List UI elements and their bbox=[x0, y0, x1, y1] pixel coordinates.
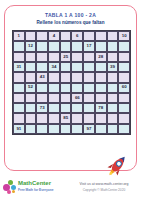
grid-cell-blank[interactable] bbox=[118, 103, 130, 113]
number-grid: 1461012172528313439435260667378859197 bbox=[12, 30, 131, 135]
grid-cell-blank[interactable] bbox=[25, 113, 37, 123]
grid-cell-blank[interactable] bbox=[25, 72, 37, 82]
visit-link[interactable]: Visit us at www.math-center.org bbox=[70, 182, 138, 186]
grid-cell-given: 10 bbox=[118, 31, 130, 41]
grid-cell-blank[interactable] bbox=[95, 93, 107, 103]
grid-cell-given: 25 bbox=[60, 52, 72, 62]
grid-cell-blank[interactable] bbox=[95, 83, 107, 93]
grid-cell-blank[interactable] bbox=[48, 124, 60, 134]
grid-cell-given: 34 bbox=[48, 62, 60, 72]
brand-tagline: Free Math for Everyone bbox=[18, 188, 53, 192]
grid-cell-blank[interactable] bbox=[107, 72, 119, 82]
grid-cell-blank[interactable] bbox=[118, 72, 130, 82]
grid-cell-blank[interactable] bbox=[83, 103, 95, 113]
grid-cell-given: 28 bbox=[95, 52, 107, 62]
grid-cell-blank[interactable] bbox=[48, 72, 60, 82]
grid-cell-blank[interactable] bbox=[107, 41, 119, 51]
grid-cell-given: 85 bbox=[60, 113, 72, 123]
grid-cell-given: 73 bbox=[36, 103, 48, 113]
grid-cell-blank[interactable] bbox=[60, 41, 72, 51]
mathcenter-logo-icon bbox=[3, 180, 17, 195]
grid-cell-given: 31 bbox=[13, 62, 25, 72]
grid-cell-blank[interactable] bbox=[71, 124, 83, 134]
grid-cell-blank[interactable] bbox=[118, 93, 130, 103]
grid-cell-blank[interactable] bbox=[13, 103, 25, 113]
grid-cell-blank[interactable] bbox=[13, 52, 25, 62]
grid-cell-blank[interactable] bbox=[107, 83, 119, 93]
grid-cell-given: 66 bbox=[71, 93, 83, 103]
grid-cell-blank[interactable] bbox=[107, 93, 119, 103]
grid-cell-blank[interactable] bbox=[71, 41, 83, 51]
grid-cell-blank[interactable] bbox=[95, 113, 107, 123]
grid-cell-blank[interactable] bbox=[71, 83, 83, 93]
grid-cell-blank[interactable] bbox=[48, 52, 60, 62]
grid-cell-blank[interactable] bbox=[83, 52, 95, 62]
grid-cell-blank[interactable] bbox=[107, 113, 119, 123]
grid-cell-blank[interactable] bbox=[83, 93, 95, 103]
grid-cell-blank[interactable] bbox=[13, 93, 25, 103]
grid-cell-blank[interactable] bbox=[25, 62, 37, 72]
grid-cell-blank[interactable] bbox=[25, 93, 37, 103]
copyright-text: Copyright © MathCenter 2020 bbox=[70, 188, 138, 192]
grid-cell-blank[interactable] bbox=[48, 41, 60, 51]
grid-cell-given: 39 bbox=[107, 62, 119, 72]
grid-cell-blank[interactable] bbox=[25, 52, 37, 62]
grid-cell-blank[interactable] bbox=[95, 31, 107, 41]
worksheet-title: TABLA 1 A 100 - 2A bbox=[5, 12, 136, 18]
grid-cell-given: 52 bbox=[25, 83, 37, 93]
grid-cell-blank[interactable] bbox=[25, 103, 37, 113]
grid-cell-blank[interactable] bbox=[83, 83, 95, 93]
grid-cell-blank[interactable] bbox=[36, 124, 48, 134]
grid-cell-blank[interactable] bbox=[71, 52, 83, 62]
grid-cell-given: 43 bbox=[36, 72, 48, 82]
grid-cell-blank[interactable] bbox=[118, 113, 130, 123]
grid-cell-blank[interactable] bbox=[83, 62, 95, 72]
grid-cell-blank[interactable] bbox=[95, 124, 107, 134]
grid-cell-blank[interactable] bbox=[95, 62, 107, 72]
grid-cell-blank[interactable] bbox=[107, 31, 119, 41]
grid-cell-given: 4 bbox=[48, 31, 60, 41]
grid-cell-blank[interactable] bbox=[118, 52, 130, 62]
grid-cell-blank[interactable] bbox=[48, 113, 60, 123]
grid-cell-blank[interactable] bbox=[36, 52, 48, 62]
grid-cell-given: 17 bbox=[83, 41, 95, 51]
grid-cell-blank[interactable] bbox=[25, 31, 37, 41]
grid-cell-blank[interactable] bbox=[13, 72, 25, 82]
grid-cell-blank[interactable] bbox=[71, 113, 83, 123]
grid-cell-blank[interactable] bbox=[118, 124, 130, 134]
worksheet-card: TABLA 1 A 100 - 2A Rellene los números q… bbox=[4, 5, 137, 171]
grid-cell-given: 78 bbox=[95, 103, 107, 113]
grid-cell-blank[interactable] bbox=[83, 31, 95, 41]
grid-cell-blank[interactable] bbox=[36, 83, 48, 93]
page-footer: MathCenter Free Math for Everyone Visit … bbox=[0, 177, 141, 200]
grid-cell-given: 6 bbox=[71, 31, 83, 41]
grid-cell-blank[interactable] bbox=[107, 103, 119, 113]
grid-cell-blank[interactable] bbox=[83, 72, 95, 82]
grid-cell-blank[interactable] bbox=[36, 31, 48, 41]
grid-cell-blank[interactable] bbox=[48, 93, 60, 103]
grid-cell-blank[interactable] bbox=[60, 103, 72, 113]
grid-cell-blank[interactable] bbox=[60, 93, 72, 103]
grid-cell-blank[interactable] bbox=[48, 83, 60, 93]
grid-cell-blank[interactable] bbox=[25, 124, 37, 134]
grid-cell-blank[interactable] bbox=[60, 72, 72, 82]
grid-cell-blank[interactable] bbox=[36, 41, 48, 51]
grid-cell-blank[interactable] bbox=[48, 103, 60, 113]
grid-cell-blank[interactable] bbox=[95, 72, 107, 82]
grid-cell-blank[interactable] bbox=[60, 83, 72, 93]
grid-cell-given: 60 bbox=[118, 83, 130, 93]
grid-cell-blank[interactable] bbox=[60, 31, 72, 41]
grid-cell-blank[interactable] bbox=[60, 62, 72, 72]
grid-cell-blank[interactable] bbox=[118, 62, 130, 72]
grid-cell-blank[interactable] bbox=[13, 83, 25, 93]
grid-cell-given: 97 bbox=[83, 124, 95, 134]
grid-cell-given: 12 bbox=[25, 41, 37, 51]
worksheet-instruction: Rellene los números que faltan bbox=[5, 20, 136, 25]
grid-cell-blank[interactable] bbox=[36, 93, 48, 103]
grid-cell-given: 91 bbox=[13, 124, 25, 134]
grid-cell-blank[interactable] bbox=[36, 62, 48, 72]
brand-name: MathCenter bbox=[18, 180, 51, 186]
grid-cell-blank[interactable] bbox=[71, 72, 83, 82]
grid-cell-blank[interactable] bbox=[107, 52, 119, 62]
grid-cell-blank[interactable] bbox=[36, 113, 48, 123]
grid-cell-blank[interactable] bbox=[60, 124, 72, 134]
grid-cell-blank[interactable] bbox=[95, 41, 107, 51]
grid-cell-blank[interactable] bbox=[107, 124, 119, 134]
grid-cell-blank[interactable] bbox=[71, 62, 83, 72]
grid-cell-blank[interactable] bbox=[83, 113, 95, 123]
rocket-icon bbox=[104, 153, 130, 179]
grid-cell-blank[interactable] bbox=[118, 41, 130, 51]
grid-cell-given: 1 bbox=[13, 31, 25, 41]
grid-cell-blank[interactable] bbox=[71, 103, 83, 113]
grid-cell-blank[interactable] bbox=[13, 41, 25, 51]
grid-cell-blank[interactable] bbox=[13, 113, 25, 123]
